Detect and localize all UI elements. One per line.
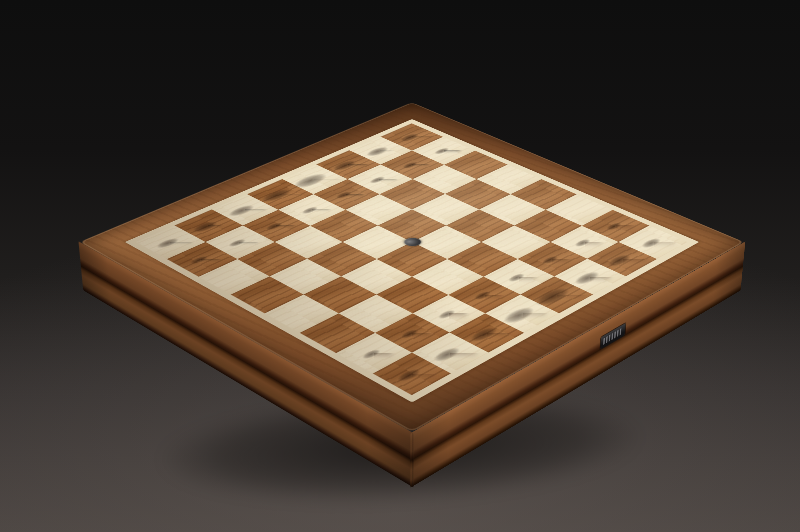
scene: ♜♞♝♛♚♝♞♜♟♟♟♟♟♟♟♟♟♟♟♟♟♟♟♟♜♞♝♛♚♝♞♜ [0,0,800,532]
piece-white-rook-a1[interactable]: ♜ [378,307,447,384]
perspective-camera: ♜♞♝♛♚♝♞♜♟♟♟♟♟♟♟♟♟♟♟♟♟♟♟♟♜♞♝♛♚♝♞♜ [0,0,800,532]
brand-plaque [600,323,625,349]
chess-box: ♜♞♝♛♚♝♞♜♟♟♟♟♟♟♟♟♟♟♟♟♟♟♟♟♜♞♝♛♚♝♞♜ [80,102,745,432]
piece-black-pawn-a7[interactable]: ♟ [177,211,226,266]
